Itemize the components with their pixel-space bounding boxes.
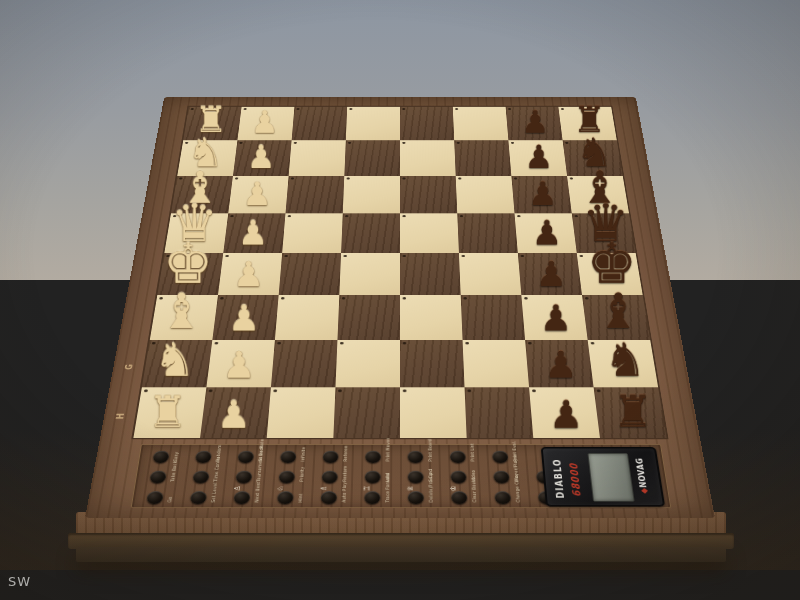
key-clear-board[interactable] — [451, 491, 467, 504]
square-h3[interactable] — [267, 387, 336, 438]
sensor-hole — [347, 177, 350, 179]
square-f4[interactable] — [337, 295, 400, 340]
square-b2[interactable] — [233, 140, 292, 176]
key-easy[interactable] — [152, 451, 169, 463]
key-tournament-book[interactable] — [235, 471, 252, 484]
square-e6[interactable] — [459, 253, 521, 295]
key-label-priority: Priority — [298, 467, 305, 482]
square-e8[interactable] — [577, 253, 643, 295]
sensor-hole — [524, 297, 528, 299]
photographer-watermark: SW — [8, 574, 31, 589]
sensor-hole — [273, 389, 277, 392]
sensor-hole — [294, 142, 297, 144]
sensor-hole — [243, 108, 246, 110]
sensor-hole — [457, 142, 460, 144]
sensor-hole — [514, 177, 517, 179]
square-e1[interactable] — [157, 253, 223, 295]
square-h7[interactable] — [529, 387, 600, 438]
square-f3[interactable] — [275, 295, 339, 340]
key-label-delete-pro-op: Delete/Pro-Op — [427, 472, 433, 502]
sensor-hole — [402, 142, 405, 144]
key-random[interactable] — [195, 451, 212, 463]
square-h5[interactable] — [400, 387, 467, 438]
key-priority[interactable] — [279, 471, 295, 484]
square-f6[interactable] — [461, 295, 525, 340]
key-trace-forward[interactable] — [364, 491, 380, 504]
sensor-hole — [220, 297, 224, 299]
square-e2[interactable] — [218, 253, 282, 295]
sensor-hole — [230, 215, 234, 217]
square-c5[interactable] — [400, 176, 457, 214]
sensor-hole — [291, 177, 294, 179]
sensor-hole — [343, 255, 346, 257]
square-h1[interactable] — [133, 387, 206, 438]
key-label-set-level: Set Level — [210, 483, 218, 503]
sensor-hole — [403, 389, 407, 392]
piece-symbol-key-mark: ♙ — [233, 486, 242, 492]
sensor-hole — [561, 108, 564, 110]
square-a4[interactable] — [346, 107, 400, 141]
sensor-hole — [173, 215, 177, 217]
square-f1[interactable] — [150, 295, 218, 340]
sensor-hole — [340, 342, 344, 345]
piece-symbol-key-mark: ♖ — [363, 486, 372, 492]
key-label-auto-play: Auto Play — [341, 482, 348, 502]
key-label-next-best: Next Best — [253, 482, 261, 503]
piece-symbol-key-mark: ♗ — [319, 486, 328, 492]
square-f2[interactable] — [212, 295, 278, 340]
square-g4[interactable] — [335, 340, 400, 388]
sensor-hole — [284, 255, 288, 257]
board-3d-scene: G H EasyRandomSolve MateInfiniteRefereeP… — [85, 0, 715, 518]
key-video[interactable] — [451, 471, 467, 484]
key-solve-mate[interactable] — [238, 451, 255, 463]
square-c7[interactable] — [511, 176, 571, 214]
key-restore[interactable] — [322, 471, 338, 484]
sensor-hole — [239, 142, 242, 144]
key-label-trace-forward: Trace Forward — [384, 473, 390, 503]
sensor-hole — [511, 142, 514, 144]
square-e5[interactable] — [400, 253, 461, 295]
square-g1[interactable] — [142, 340, 212, 388]
square-h4[interactable] — [333, 387, 400, 438]
square-c4[interactable] — [343, 176, 400, 214]
sensor-hole — [235, 177, 238, 179]
piece-symbol-key-mark: ♕ — [406, 486, 415, 492]
sensor-hole — [277, 342, 281, 345]
key-print-eval[interactable] — [492, 451, 508, 463]
square-h2[interactable] — [200, 387, 271, 438]
square-a8[interactable] — [558, 107, 616, 141]
square-a7[interactable] — [506, 107, 563, 141]
sensor-hole — [579, 255, 583, 257]
square-a2[interactable] — [237, 107, 294, 141]
square-b3[interactable] — [289, 140, 346, 176]
square-b1[interactable] — [177, 140, 237, 176]
key-player-player[interactable] — [493, 471, 509, 484]
sensor-hole — [597, 389, 601, 392]
square-f8[interactable] — [582, 295, 650, 340]
sensor-hole — [348, 142, 351, 144]
chess-computer-board: G H EasyRandomSolve MateInfiniteRefereeP… — [85, 97, 715, 518]
square-h8[interactable] — [594, 387, 667, 438]
square-d2[interactable] — [223, 213, 285, 253]
coordinate-label-g: G — [123, 364, 134, 370]
key-referee[interactable] — [323, 451, 339, 463]
square-d5[interactable] — [400, 213, 459, 253]
sensor-hole — [570, 177, 573, 179]
square-c6[interactable] — [456, 176, 515, 214]
sensor-hole — [166, 255, 170, 257]
sensor-hole — [338, 389, 342, 392]
key-print-list[interactable] — [450, 451, 466, 463]
key-time-control[interactable] — [192, 471, 209, 484]
sensor-hole — [574, 215, 578, 217]
sensor-hole — [585, 297, 589, 299]
sensor-hole — [281, 297, 285, 299]
key-label-print-moves: Print Moves — [385, 438, 391, 462]
sensor-hole — [349, 108, 352, 110]
sensor-hole — [345, 215, 348, 217]
sensor-hole — [342, 297, 346, 299]
square-c1[interactable] — [171, 176, 233, 214]
sensor-hole — [402, 108, 405, 110]
key-auto-play[interactable] — [321, 491, 337, 504]
sensor-hole — [214, 342, 218, 345]
lcd-screen — [587, 453, 634, 502]
sensor-hole — [532, 389, 536, 392]
square-f5[interactable] — [400, 295, 463, 340]
sensor-hole — [209, 389, 213, 392]
square-g5[interactable] — [400, 340, 465, 388]
key-infinite[interactable] — [280, 451, 296, 463]
sensor-hole — [402, 177, 405, 179]
square-e7[interactable] — [518, 253, 582, 295]
model-name-label: DIABLO — [551, 458, 566, 498]
square-h6[interactable] — [465, 387, 534, 438]
key-change-color[interactable] — [494, 491, 511, 504]
sensor-hole — [185, 142, 188, 144]
sensor-hole — [508, 108, 511, 110]
square-g3[interactable] — [271, 340, 338, 388]
key-label-go: Go — [166, 497, 173, 503]
chessboard-grid — [133, 107, 666, 438]
sensor-hole — [403, 342, 407, 345]
square-g6[interactable] — [463, 340, 530, 388]
key-label-print-list: Print List — [469, 443, 476, 461]
square-a1[interactable] — [183, 107, 241, 141]
key-set-level[interactable] — [190, 491, 207, 504]
key-info[interactable] — [365, 471, 381, 484]
sensor-hole — [521, 255, 525, 257]
key-label-referee: Referee — [342, 446, 348, 462]
key-new-game[interactable] — [538, 491, 555, 504]
sensor-hole — [565, 142, 568, 144]
key-sound[interactable] — [408, 471, 424, 484]
key-label-restore: Restore — [341, 466, 347, 482]
key-print-moves[interactable] — [365, 451, 381, 463]
key-label-clear-board: Clear Board — [470, 477, 477, 502]
brand-logo: ◆NOVAG — [634, 458, 649, 494]
brand-logo-text: NOVAG — [634, 458, 648, 488]
sensor-hole — [179, 177, 183, 179]
sensor-hole — [152, 342, 156, 345]
square-d6[interactable] — [457, 213, 518, 253]
model-number-label: 68000 — [567, 463, 583, 497]
key-verify-set-up[interactable] — [536, 471, 553, 484]
key-label-change-color: Change Color — [513, 474, 521, 503]
square-d8[interactable] — [572, 213, 636, 253]
square-c3[interactable] — [285, 176, 344, 214]
key-label-print-board: Print Board — [427, 439, 433, 462]
coordinate-label-h: H — [115, 413, 126, 419]
key-take-back[interactable] — [149, 471, 166, 484]
sensor-hole — [144, 389, 148, 392]
brand-logo-accent: ◆ — [639, 488, 650, 494]
square-e4[interactable] — [339, 253, 400, 295]
square-d7[interactable] — [515, 213, 577, 253]
key-hint[interactable] — [277, 491, 294, 504]
square-g2[interactable] — [206, 340, 275, 388]
square-d1[interactable] — [164, 213, 228, 253]
square-a5[interactable] — [400, 107, 454, 141]
key-label-time-control: Time Control — [212, 455, 221, 482]
sensor-hole — [591, 342, 595, 345]
square-g8[interactable] — [588, 340, 658, 388]
sensor-hole — [467, 389, 471, 392]
sensor-hole — [458, 177, 461, 179]
sensor-hole — [462, 255, 465, 257]
square-b4[interactable] — [344, 140, 400, 176]
square-b6[interactable] — [454, 140, 511, 176]
sensor-hole — [225, 255, 229, 257]
square-b7[interactable] — [508, 140, 567, 176]
sensor-hole — [191, 108, 194, 110]
sensor-hole — [463, 297, 467, 299]
square-d4[interactable] — [341, 213, 400, 253]
key-print-board[interactable] — [408, 451, 424, 463]
square-f7[interactable] — [521, 295, 587, 340]
piece-symbol-key-mark: ♘ — [276, 486, 285, 492]
square-d3[interactable] — [282, 213, 343, 253]
sensor-hole — [528, 342, 532, 345]
piece-symbol-key-mark: ♔ — [449, 486, 458, 492]
square-a6[interactable] — [453, 107, 509, 141]
square-g7[interactable] — [525, 340, 594, 388]
sensor-hole — [402, 215, 405, 217]
key-go[interactable] — [146, 491, 164, 504]
sensor-hole — [460, 215, 463, 217]
square-a3[interactable] — [292, 107, 348, 141]
sensor-hole — [159, 297, 163, 299]
board-base-molding-bottom — [76, 547, 726, 562]
sensor-hole — [403, 297, 406, 299]
key-label-tournament-book: Tournament Book — [255, 446, 264, 482]
key-label-hint: Hint — [297, 494, 303, 503]
key-delete-pro-op[interactable] — [408, 491, 424, 504]
square-e3[interactable] — [279, 253, 341, 295]
sensor-hole — [517, 215, 520, 217]
sensor-hole — [296, 108, 299, 110]
sensor-hole — [403, 255, 406, 257]
sensor-hole — [465, 342, 469, 345]
sensor-hole — [288, 215, 291, 217]
photo-novag-chess-computer: G H EasyRandomSolve MateInfiniteRefereeP… — [0, 0, 800, 600]
square-c2[interactable] — [228, 176, 288, 214]
key-label-take-back: Take Back — [169, 461, 178, 482]
key-label-infinite: Infinite — [300, 447, 307, 461]
square-b8[interactable] — [563, 140, 623, 176]
square-b5[interactable] — [400, 140, 456, 176]
sensor-hole — [455, 108, 458, 110]
square-c8[interactable] — [567, 176, 629, 214]
key-next-best[interactable] — [233, 491, 250, 504]
